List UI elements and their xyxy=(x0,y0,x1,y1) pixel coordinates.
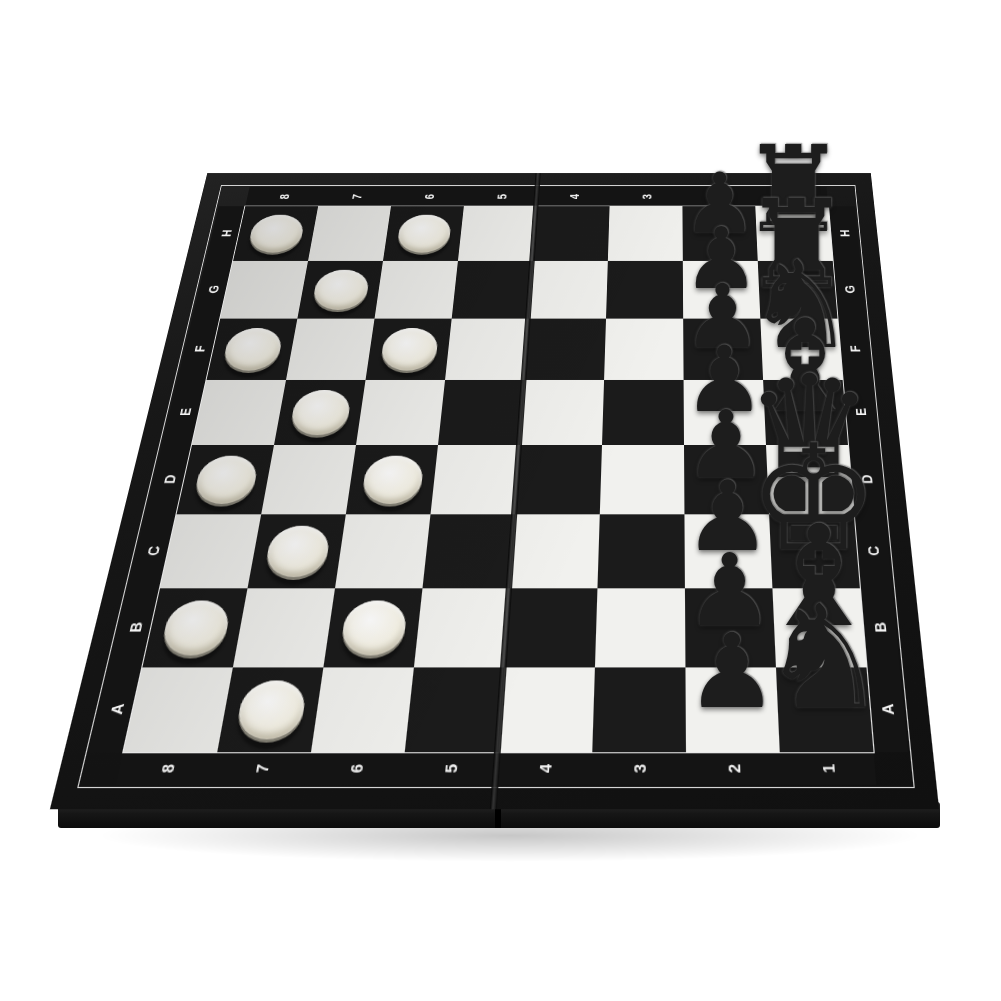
square-a5 xyxy=(405,667,505,752)
square-b1 xyxy=(772,588,866,667)
square-c7 xyxy=(248,514,346,588)
square-b3 xyxy=(595,588,686,667)
square-a1 xyxy=(776,667,874,752)
piece-white-checker-g7 xyxy=(311,269,371,309)
square-d4 xyxy=(515,445,602,514)
square-a4 xyxy=(498,667,594,752)
square-e6 xyxy=(356,380,445,445)
square-g7 xyxy=(297,261,383,319)
square-h6 xyxy=(383,206,464,261)
square-g4 xyxy=(529,261,608,319)
square-c5 xyxy=(422,514,515,588)
square-b7 xyxy=(233,588,335,667)
square-f7 xyxy=(286,319,374,380)
square-a8 xyxy=(123,667,232,752)
square-c8 xyxy=(160,514,261,588)
square-b6 xyxy=(323,588,422,667)
square-a6 xyxy=(311,667,414,752)
square-b5 xyxy=(414,588,510,667)
square-f3 xyxy=(604,319,684,380)
square-e5 xyxy=(438,380,525,445)
piece-white-checker-c7 xyxy=(263,525,331,576)
square-d8 xyxy=(177,445,274,514)
square-e4 xyxy=(520,380,604,445)
piece-white-checker-a7 xyxy=(234,680,308,739)
square-c3 xyxy=(597,514,684,588)
piece-white-checker-f6 xyxy=(379,328,439,371)
square-f6 xyxy=(366,319,452,380)
square-d6 xyxy=(346,445,438,514)
square-b4 xyxy=(504,588,597,667)
square-f4 xyxy=(525,319,606,380)
square-f5 xyxy=(445,319,529,380)
piece-white-checker-h8 xyxy=(246,214,305,252)
piece-white-checker-e7 xyxy=(288,390,352,435)
square-a2 xyxy=(685,667,779,752)
square-c6 xyxy=(335,514,430,588)
square-h4 xyxy=(533,206,610,261)
square-h5 xyxy=(458,206,537,261)
square-d7 xyxy=(261,445,356,514)
square-h3 xyxy=(608,206,683,261)
square-e1 xyxy=(763,380,848,445)
square-h7 xyxy=(308,206,391,261)
piece-white-checker-d8 xyxy=(192,455,260,503)
square-e7 xyxy=(274,380,366,445)
square-b8 xyxy=(142,588,247,667)
piece-white-checker-b8 xyxy=(159,600,232,655)
square-d1 xyxy=(766,445,854,514)
square-h2 xyxy=(682,206,757,261)
square-f8 xyxy=(207,319,298,380)
chess-board: 87654321 87654321 HGFEDCBA HGFEDCBA xyxy=(50,173,939,809)
square-g5 xyxy=(452,261,533,319)
square-g3 xyxy=(606,261,683,319)
square-d2 xyxy=(684,445,769,514)
square-a7 xyxy=(217,667,323,752)
square-g8 xyxy=(220,261,308,319)
square-b2 xyxy=(685,588,776,667)
piece-white-checker-b6 xyxy=(339,600,408,655)
square-a3 xyxy=(592,667,686,752)
square-h1 xyxy=(755,206,832,261)
square-f1 xyxy=(760,319,842,380)
piece-white-checker-f8 xyxy=(221,328,284,371)
square-c4 xyxy=(510,514,600,588)
square-h8 xyxy=(233,206,318,261)
chess-board-scene: 87654321 87654321 HGFEDCBA HGFEDCBA ♜♜♞♝… xyxy=(0,0,1001,1001)
square-c2 xyxy=(684,514,772,588)
square-f2 xyxy=(683,319,763,380)
piece-white-checker-h6 xyxy=(396,214,452,252)
square-e2 xyxy=(684,380,766,445)
square-c1 xyxy=(769,514,860,588)
square-d5 xyxy=(430,445,520,514)
square-e3 xyxy=(602,380,684,445)
board-grid xyxy=(123,206,873,752)
square-g6 xyxy=(375,261,458,319)
square-g1 xyxy=(758,261,838,319)
square-g2 xyxy=(683,261,761,319)
square-d3 xyxy=(600,445,685,514)
square-e8 xyxy=(192,380,286,445)
piece-white-checker-d6 xyxy=(360,455,424,503)
